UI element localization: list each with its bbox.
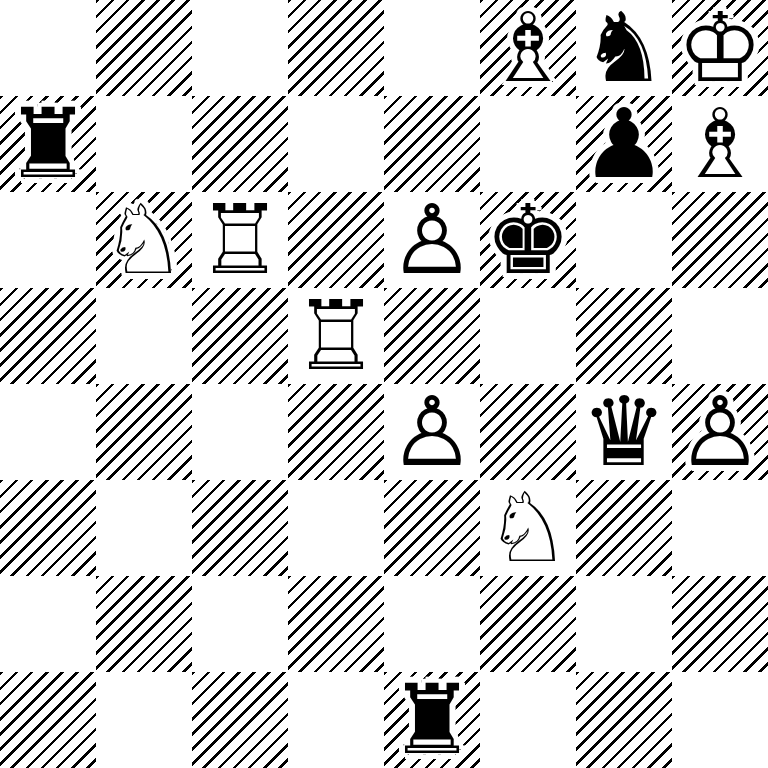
white-knight-icon: ♘ [480,480,576,576]
black-rook[interactable]: ♜♜ [0,96,96,192]
white-pawn[interactable]: ♟♙ [384,384,480,480]
white-knight[interactable]: ♞♘ [96,192,192,288]
square-a1[interactable] [0,672,96,768]
white-pawn-icon: ♙ [672,384,768,480]
square-e2[interactable] [384,576,480,672]
square-f1[interactable] [480,672,576,768]
square-b1[interactable] [96,672,192,768]
white-rook[interactable]: ♜♖ [192,192,288,288]
square-c2[interactable] [192,576,288,672]
square-g2[interactable] [576,576,672,672]
square-a8[interactable] [0,0,96,96]
square-b7[interactable] [96,96,192,192]
square-a4[interactable] [0,384,96,480]
square-g3[interactable] [576,480,672,576]
square-h6[interactable] [672,192,768,288]
square-d5[interactable]: ♜♖ [288,288,384,384]
square-h5[interactable] [672,288,768,384]
black-queen-icon: ♛ [576,384,672,480]
black-rook-icon: ♜ [384,672,480,768]
black-pawn[interactable]: ♟♟ [576,96,672,192]
square-g8[interactable]: ♞♞ [576,0,672,96]
square-f6[interactable]: ♚♚ [480,192,576,288]
black-king-icon: ♚ [480,192,576,288]
black-knight[interactable]: ♞♞ [576,0,672,96]
square-f8[interactable]: ♝♗ [480,0,576,96]
white-king-icon: ♔ [672,0,768,96]
square-h1[interactable] [672,672,768,768]
square-c8[interactable] [192,0,288,96]
square-h8[interactable]: ♚♔ [672,0,768,96]
square-h4[interactable]: ♟♙ [672,384,768,480]
square-e5[interactable] [384,288,480,384]
square-d8[interactable] [288,0,384,96]
square-c5[interactable] [192,288,288,384]
black-knight-icon: ♞ [576,0,672,96]
white-knight-icon: ♘ [96,192,192,288]
square-d2[interactable] [288,576,384,672]
square-a5[interactable] [0,288,96,384]
square-b4[interactable] [96,384,192,480]
square-h3[interactable] [672,480,768,576]
square-f2[interactable] [480,576,576,672]
black-king[interactable]: ♚♚ [480,192,576,288]
white-bishop[interactable]: ♝♗ [672,96,768,192]
square-e7[interactable] [384,96,480,192]
white-bishop-icon: ♗ [480,0,576,96]
white-pawn[interactable]: ♟♙ [672,384,768,480]
white-king[interactable]: ♚♔ [672,0,768,96]
square-f7[interactable] [480,96,576,192]
square-e4[interactable]: ♟♙ [384,384,480,480]
square-b8[interactable] [96,0,192,96]
square-d4[interactable] [288,384,384,480]
square-g4[interactable]: ♛♛ [576,384,672,480]
square-c1[interactable] [192,672,288,768]
chess-board: ♝♗♞♞♚♔♜♜♟♟♝♗♞♘♜♖♟♙♚♚♜♖♟♙♛♛♟♙♞♘♜♜ [0,0,768,768]
white-rook[interactable]: ♜♖ [288,288,384,384]
square-e3[interactable] [384,480,480,576]
square-h2[interactable] [672,576,768,672]
square-g1[interactable] [576,672,672,768]
square-f4[interactable] [480,384,576,480]
black-pawn-icon: ♟ [576,96,672,192]
white-rook-icon: ♖ [288,288,384,384]
square-g5[interactable] [576,288,672,384]
white-rook-icon: ♖ [192,192,288,288]
square-a3[interactable] [0,480,96,576]
square-e1[interactable]: ♜♜ [384,672,480,768]
black-rook[interactable]: ♜♜ [384,672,480,768]
square-d3[interactable] [288,480,384,576]
square-c3[interactable] [192,480,288,576]
square-f5[interactable] [480,288,576,384]
square-b6[interactable]: ♞♘ [96,192,192,288]
square-a7[interactable]: ♜♜ [0,96,96,192]
white-bishop-icon: ♗ [672,96,768,192]
square-b2[interactable] [96,576,192,672]
square-b3[interactable] [96,480,192,576]
square-b5[interactable] [96,288,192,384]
white-pawn-icon: ♙ [384,384,480,480]
square-h7[interactable]: ♝♗ [672,96,768,192]
square-d6[interactable] [288,192,384,288]
square-e8[interactable] [384,0,480,96]
black-rook-icon: ♜ [0,96,96,192]
white-pawn-icon: ♙ [384,192,480,288]
square-a6[interactable] [0,192,96,288]
square-c6[interactable]: ♜♖ [192,192,288,288]
square-g7[interactable]: ♟♟ [576,96,672,192]
white-pawn[interactable]: ♟♙ [384,192,480,288]
square-g6[interactable] [576,192,672,288]
white-bishop[interactable]: ♝♗ [480,0,576,96]
square-e6[interactable]: ♟♙ [384,192,480,288]
square-d1[interactable] [288,672,384,768]
square-c4[interactable] [192,384,288,480]
white-knight[interactable]: ♞♘ [480,480,576,576]
square-c7[interactable] [192,96,288,192]
square-f3[interactable]: ♞♘ [480,480,576,576]
black-queen[interactable]: ♛♛ [576,384,672,480]
square-d7[interactable] [288,96,384,192]
square-a2[interactable] [0,576,96,672]
